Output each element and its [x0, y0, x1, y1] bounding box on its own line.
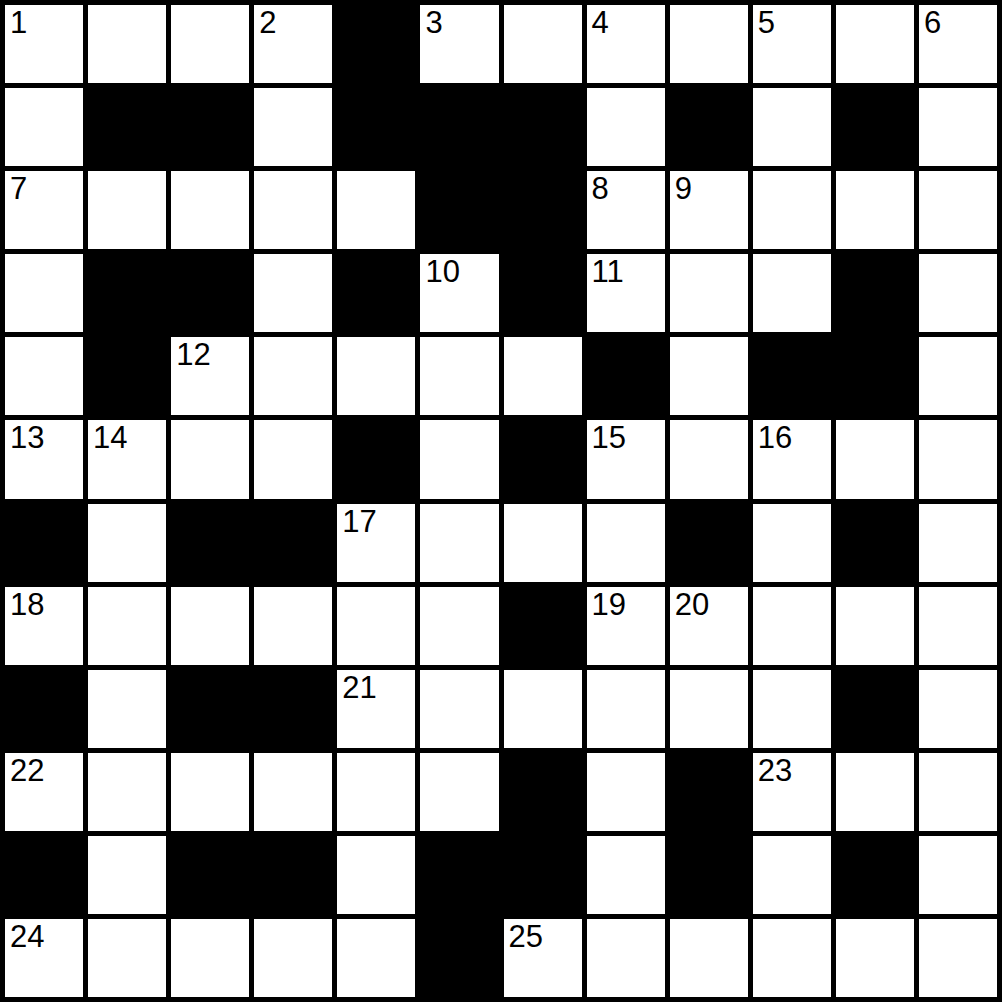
cell-r1c4-white[interactable]: 2	[254, 5, 332, 83]
cell-r6c4-white[interactable]	[254, 420, 332, 498]
cell-r5c3-white[interactable]: 12	[171, 337, 249, 415]
cell-r8c10-white[interactable]	[753, 587, 831, 665]
cell-r10c3-white[interactable]	[171, 753, 249, 831]
clue-number-14: 14	[93, 421, 127, 454]
cell-r1c6-white[interactable]: 3	[420, 5, 498, 83]
clue-number-18: 18	[10, 588, 44, 621]
clue-number-25: 25	[509, 920, 543, 953]
cell-r4c1-white[interactable]	[5, 254, 83, 332]
cell-r12c7-white[interactable]: 25	[504, 919, 582, 997]
cell-r1c7-white[interactable]	[504, 5, 582, 83]
cell-r12c2-white[interactable]	[88, 919, 166, 997]
cell-r11c1-black	[5, 836, 83, 914]
cell-r9c4-black	[254, 670, 332, 748]
cell-r5c11-black	[836, 337, 914, 415]
cell-r4c7-black	[504, 254, 582, 332]
cell-r3c4-white[interactable]	[254, 171, 332, 249]
cell-r5c1-white[interactable]	[5, 337, 83, 415]
cell-r8c12-white[interactable]	[919, 587, 997, 665]
cell-r6c6-white[interactable]	[420, 420, 498, 498]
cell-r6c8-white[interactable]: 15	[587, 420, 665, 498]
cell-r5c12-white[interactable]	[919, 337, 997, 415]
cell-r10c1-white[interactable]: 22	[5, 753, 83, 831]
cell-r1c5-black	[337, 5, 415, 83]
clue-number-2: 2	[259, 6, 276, 39]
cell-r12c3-white[interactable]	[171, 919, 249, 997]
cell-r3c3-white[interactable]	[171, 171, 249, 249]
cell-r7c12-white[interactable]	[919, 504, 997, 582]
cell-r10c4-white[interactable]	[254, 753, 332, 831]
cell-r1c3-white[interactable]	[171, 5, 249, 83]
cell-r7c5-white[interactable]: 17	[337, 504, 415, 582]
cell-r3c5-white[interactable]	[337, 171, 415, 249]
cell-r12c9-white[interactable]	[670, 919, 748, 997]
cell-r11c8-white[interactable]	[587, 836, 665, 914]
cell-r4c3-black	[171, 254, 249, 332]
cell-r9c12-white[interactable]	[919, 670, 997, 748]
cell-r6c1-white[interactable]: 13	[5, 420, 83, 498]
cell-r12c4-white[interactable]	[254, 919, 332, 997]
clue-number-23: 23	[758, 754, 792, 787]
clue-number-5: 5	[758, 6, 775, 39]
cell-r11c2-white[interactable]	[88, 836, 166, 914]
cell-r2c6-black	[420, 88, 498, 166]
cell-r12c5-white[interactable]	[337, 919, 415, 997]
cell-r10c7-black	[504, 753, 582, 831]
clue-number-9: 9	[675, 172, 692, 205]
cell-r7c8-white[interactable]	[587, 504, 665, 582]
cell-r7c6-white[interactable]	[420, 504, 498, 582]
cell-r7c7-white[interactable]	[504, 504, 582, 582]
cell-r3c6-black	[420, 171, 498, 249]
clue-number-8: 8	[592, 172, 609, 205]
cell-r1c11-white[interactable]	[836, 5, 914, 83]
clue-number-10: 10	[425, 255, 459, 288]
clue-number-15: 15	[592, 421, 626, 454]
cell-r2c2-black	[88, 88, 166, 166]
cell-r2c3-black	[171, 88, 249, 166]
cell-r11c3-black	[171, 836, 249, 914]
cell-r8c2-white[interactable]	[88, 587, 166, 665]
cell-r9c2-white[interactable]	[88, 670, 166, 748]
cell-r2c9-black	[670, 88, 748, 166]
cell-r8c3-white[interactable]	[171, 587, 249, 665]
cell-r11c11-black	[836, 836, 914, 914]
cell-r8c5-white[interactable]	[337, 587, 415, 665]
cell-r12c12-white[interactable]	[919, 919, 997, 997]
cell-r9c5-white[interactable]: 21	[337, 670, 415, 748]
cell-r2c11-black	[836, 88, 914, 166]
cell-r3c2-white[interactable]	[88, 171, 166, 249]
cell-r2c1-white[interactable]	[5, 88, 83, 166]
cell-r10c12-white[interactable]	[919, 753, 997, 831]
cell-r3c8-white[interactable]: 8	[587, 171, 665, 249]
cell-r6c9-white[interactable]	[670, 420, 748, 498]
cell-r8c6-white[interactable]	[420, 587, 498, 665]
cell-r10c5-white[interactable]	[337, 753, 415, 831]
cell-r2c5-black	[337, 88, 415, 166]
clue-number-16: 16	[758, 421, 792, 454]
cell-r4c4-white[interactable]	[254, 254, 332, 332]
cell-r10c8-white[interactable]	[587, 753, 665, 831]
cell-r7c1-black	[5, 504, 83, 582]
clue-number-22: 22	[10, 754, 44, 787]
cell-r8c4-white[interactable]	[254, 587, 332, 665]
clue-number-1: 1	[10, 6, 27, 39]
cell-r5c7-white[interactable]	[504, 337, 582, 415]
cell-r11c12-white[interactable]	[919, 836, 997, 914]
cell-r7c4-black	[254, 504, 332, 582]
cell-r5c2-black	[88, 337, 166, 415]
cell-r9c9-white[interactable]	[670, 670, 748, 748]
cell-r10c2-white[interactable]	[88, 753, 166, 831]
cell-r9c6-white[interactable]	[420, 670, 498, 748]
cell-r2c4-white[interactable]	[254, 88, 332, 166]
cell-r6c10-white[interactable]: 16	[753, 420, 831, 498]
cell-r9c10-white[interactable]	[753, 670, 831, 748]
clue-number-19: 19	[592, 588, 626, 621]
cell-r6c5-black	[337, 420, 415, 498]
cell-r3c10-white[interactable]	[753, 171, 831, 249]
cell-r7c3-black	[171, 504, 249, 582]
cell-r7c11-black	[836, 504, 914, 582]
cell-r11c6-black	[420, 836, 498, 914]
cell-r1c12-white[interactable]: 6	[919, 5, 997, 83]
cell-r6c3-white[interactable]	[171, 420, 249, 498]
clue-number-24: 24	[10, 920, 44, 953]
cell-r11c9-black	[670, 836, 748, 914]
cell-r5c8-black	[587, 337, 665, 415]
cell-r4c8-white[interactable]: 11	[587, 254, 665, 332]
cell-r12c11-white[interactable]	[836, 919, 914, 997]
cell-r7c2-white[interactable]	[88, 504, 166, 582]
clue-number-7: 7	[10, 172, 27, 205]
cell-r5c6-white[interactable]	[420, 337, 498, 415]
cell-r2c7-black	[504, 88, 582, 166]
cell-r11c4-black	[254, 836, 332, 914]
cell-r1c9-white[interactable]	[670, 5, 748, 83]
clue-number-6: 6	[924, 6, 941, 39]
cell-r4c10-white[interactable]	[753, 254, 831, 332]
clue-number-17: 17	[342, 505, 376, 538]
cell-r6c11-white[interactable]	[836, 420, 914, 498]
cell-r1c2-white[interactable]	[88, 5, 166, 83]
cell-r5c5-white[interactable]	[337, 337, 415, 415]
cell-r10c9-black	[670, 753, 748, 831]
cell-r3c9-white[interactable]: 9	[670, 171, 748, 249]
cell-r5c4-white[interactable]	[254, 337, 332, 415]
cell-r9c7-white[interactable]	[504, 670, 582, 748]
cell-r3c11-white[interactable]	[836, 171, 914, 249]
clue-number-4: 4	[592, 6, 609, 39]
cell-r11c5-white[interactable]	[337, 836, 415, 914]
cell-r8c8-white[interactable]: 19	[587, 587, 665, 665]
cell-r5c9-white[interactable]	[670, 337, 748, 415]
cell-r4c9-white[interactable]	[670, 254, 748, 332]
cell-r9c3-black	[171, 670, 249, 748]
cell-r9c11-black	[836, 670, 914, 748]
cell-r12c1-white[interactable]: 24	[5, 919, 83, 997]
clue-number-3: 3	[425, 6, 442, 39]
cell-r11c10-white[interactable]	[753, 836, 831, 914]
clue-number-11: 11	[592, 255, 624, 288]
cell-r2c10-white[interactable]	[753, 88, 831, 166]
cell-r7c10-white[interactable]	[753, 504, 831, 582]
cell-r4c6-white[interactable]: 10	[420, 254, 498, 332]
cell-r3c1-white[interactable]: 7	[5, 171, 83, 249]
cell-r6c7-black	[504, 420, 582, 498]
cell-r5c10-black	[753, 337, 831, 415]
cell-r10c6-white[interactable]	[420, 753, 498, 831]
cell-r12c6-black	[420, 919, 498, 997]
clue-number-13: 13	[10, 421, 44, 454]
cell-r6c2-white[interactable]: 14	[88, 420, 166, 498]
cell-r10c10-white[interactable]: 23	[753, 753, 831, 831]
cell-r4c11-black	[836, 254, 914, 332]
cell-r11c7-black	[504, 836, 582, 914]
cell-r4c2-black	[88, 254, 166, 332]
cell-r4c5-black	[337, 254, 415, 332]
cell-r1c8-white[interactable]: 4	[587, 5, 665, 83]
cell-r7c9-black	[670, 504, 748, 582]
cell-r12c10-white[interactable]	[753, 919, 831, 997]
cell-r9c8-white[interactable]	[587, 670, 665, 748]
cell-r4c12-white[interactable]	[919, 254, 997, 332]
cell-r6c12-white[interactable]	[919, 420, 997, 498]
crossword-board: 1234567891011121314151617181920212223242…	[0, 0, 1002, 1002]
clue-number-12: 12	[176, 338, 210, 371]
cell-r9c1-black	[5, 670, 83, 748]
cell-r2c12-white[interactable]	[919, 88, 997, 166]
cell-r1c10-white[interactable]: 5	[753, 5, 831, 83]
cell-r8c7-black	[504, 587, 582, 665]
cell-r2c8-white[interactable]	[587, 88, 665, 166]
cell-r8c9-white[interactable]: 20	[670, 587, 748, 665]
cell-r1c1-white[interactable]: 1	[5, 5, 83, 83]
cell-r3c12-white[interactable]	[919, 171, 997, 249]
clue-number-21: 21	[342, 671, 376, 704]
cell-r8c11-white[interactable]	[836, 587, 914, 665]
cell-r12c8-white[interactable]	[587, 919, 665, 997]
cell-r8c1-white[interactable]: 18	[5, 587, 83, 665]
clue-number-20: 20	[675, 588, 709, 621]
cell-r10c11-white[interactable]	[836, 753, 914, 831]
cell-r3c7-black	[504, 171, 582, 249]
